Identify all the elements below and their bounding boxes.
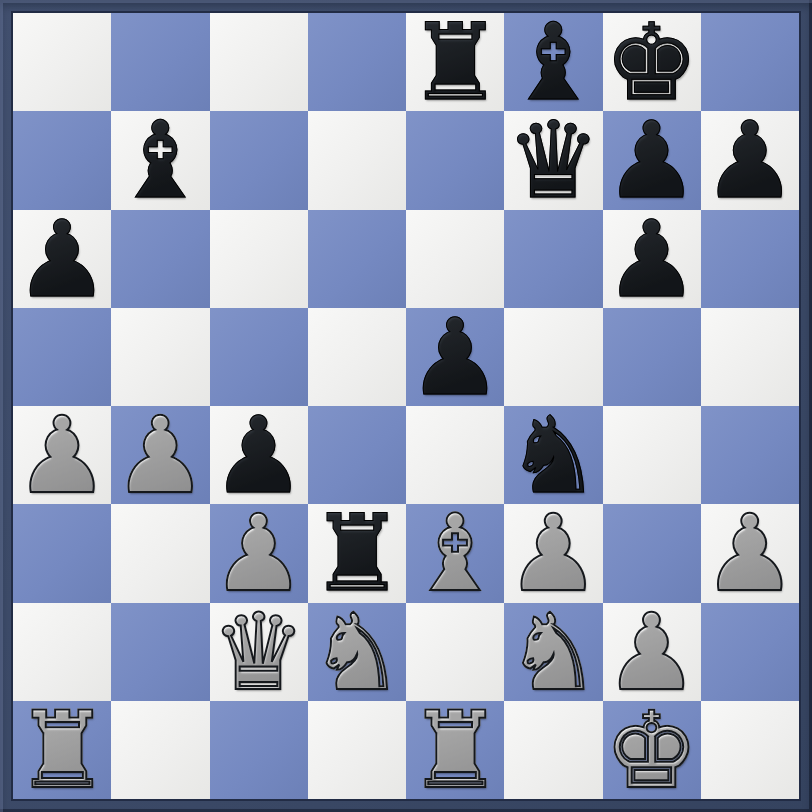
square-f7[interactable]: ♛ — [504, 111, 602, 209]
square-h8[interactable] — [701, 13, 799, 111]
square-a6[interactable]: ♟ — [13, 210, 111, 308]
piece-white-knight: ♞ — [309, 604, 404, 702]
square-b8[interactable] — [111, 13, 209, 111]
square-a4[interactable]: ♟ — [13, 406, 111, 504]
square-b4[interactable]: ♟ — [111, 406, 209, 504]
piece-black-knight: ♞ — [506, 407, 601, 505]
piece-white-king: ♚ — [604, 702, 699, 800]
square-d8[interactable] — [308, 13, 406, 111]
square-b3[interactable] — [111, 504, 209, 602]
square-g2[interactable]: ♟ — [603, 603, 701, 701]
piece-white-pawn: ♟ — [604, 604, 699, 702]
square-g7[interactable]: ♟ — [603, 111, 701, 209]
square-a7[interactable] — [13, 111, 111, 209]
square-f2[interactable]: ♞ — [504, 603, 602, 701]
square-f3[interactable]: ♟ — [504, 504, 602, 602]
piece-black-bishop: ♝ — [506, 14, 601, 112]
square-b5[interactable] — [111, 308, 209, 406]
piece-black-bishop: ♝ — [113, 112, 208, 210]
piece-black-queen: ♛ — [506, 112, 601, 210]
piece-black-rook: ♜ — [309, 505, 404, 603]
square-h2[interactable] — [701, 603, 799, 701]
piece-white-knight: ♞ — [506, 604, 601, 702]
square-c6[interactable] — [210, 210, 308, 308]
square-h6[interactable] — [701, 210, 799, 308]
square-e4[interactable] — [406, 406, 504, 504]
piece-white-rook: ♜ — [408, 702, 503, 800]
square-e2[interactable] — [406, 603, 504, 701]
square-d6[interactable] — [308, 210, 406, 308]
square-c4[interactable]: ♟ — [210, 406, 308, 504]
square-g8[interactable]: ♚ — [603, 13, 701, 111]
square-g4[interactable] — [603, 406, 701, 504]
square-d5[interactable] — [308, 308, 406, 406]
square-e6[interactable] — [406, 210, 504, 308]
square-a8[interactable] — [13, 13, 111, 111]
square-a1[interactable]: ♜ — [13, 701, 111, 799]
square-e8[interactable]: ♜ — [406, 13, 504, 111]
piece-white-pawn: ♟ — [15, 407, 110, 505]
piece-black-pawn: ♟ — [15, 211, 110, 309]
square-f5[interactable] — [504, 308, 602, 406]
square-b2[interactable] — [111, 603, 209, 701]
square-a3[interactable] — [13, 504, 111, 602]
piece-black-pawn: ♟ — [408, 309, 503, 407]
piece-white-pawn: ♟ — [702, 505, 797, 603]
square-d7[interactable] — [308, 111, 406, 209]
square-h1[interactable] — [701, 701, 799, 799]
piece-black-pawn: ♟ — [604, 211, 699, 309]
square-g5[interactable] — [603, 308, 701, 406]
square-c1[interactable] — [210, 701, 308, 799]
chess-board: ♜♝♚♝♛♟♟♟♟♟♟♟♟♞♟♜♝♟♟♛♞♞♟♜♜♚ — [13, 13, 799, 799]
square-h5[interactable] — [701, 308, 799, 406]
square-e1[interactable]: ♜ — [406, 701, 504, 799]
square-c7[interactable] — [210, 111, 308, 209]
piece-black-king: ♚ — [604, 14, 699, 112]
square-c2[interactable]: ♛ — [210, 603, 308, 701]
square-f8[interactable]: ♝ — [504, 13, 602, 111]
piece-black-pawn: ♟ — [211, 407, 306, 505]
square-d2[interactable]: ♞ — [308, 603, 406, 701]
board-frame: ♜♝♚♝♛♟♟♟♟♟♟♟♟♞♟♜♝♟♟♛♞♞♟♜♜♚ — [0, 0, 812, 812]
square-h3[interactable]: ♟ — [701, 504, 799, 602]
square-b6[interactable] — [111, 210, 209, 308]
square-f4[interactable]: ♞ — [504, 406, 602, 504]
square-d4[interactable] — [308, 406, 406, 504]
square-f6[interactable] — [504, 210, 602, 308]
square-g1[interactable]: ♚ — [603, 701, 701, 799]
square-b1[interactable] — [111, 701, 209, 799]
piece-white-pawn: ♟ — [113, 407, 208, 505]
piece-black-pawn: ♟ — [604, 112, 699, 210]
square-b7[interactable]: ♝ — [111, 111, 209, 209]
square-d3[interactable]: ♜ — [308, 504, 406, 602]
square-g6[interactable]: ♟ — [603, 210, 701, 308]
square-c3[interactable]: ♟ — [210, 504, 308, 602]
square-e3[interactable]: ♝ — [406, 504, 504, 602]
square-e5[interactable]: ♟ — [406, 308, 504, 406]
piece-white-queen: ♛ — [211, 604, 306, 702]
square-c8[interactable] — [210, 13, 308, 111]
piece-white-pawn: ♟ — [211, 505, 306, 603]
square-a5[interactable] — [13, 308, 111, 406]
piece-white-bishop: ♝ — [408, 505, 503, 603]
square-d1[interactable] — [308, 701, 406, 799]
square-a2[interactable] — [13, 603, 111, 701]
piece-white-rook: ♜ — [15, 702, 110, 800]
piece-black-pawn: ♟ — [702, 112, 797, 210]
piece-white-pawn: ♟ — [506, 505, 601, 603]
square-f1[interactable] — [504, 701, 602, 799]
piece-black-rook: ♜ — [408, 14, 503, 112]
square-e7[interactable] — [406, 111, 504, 209]
square-g3[interactable] — [603, 504, 701, 602]
square-h4[interactable] — [701, 406, 799, 504]
square-h7[interactable]: ♟ — [701, 111, 799, 209]
square-c5[interactable] — [210, 308, 308, 406]
